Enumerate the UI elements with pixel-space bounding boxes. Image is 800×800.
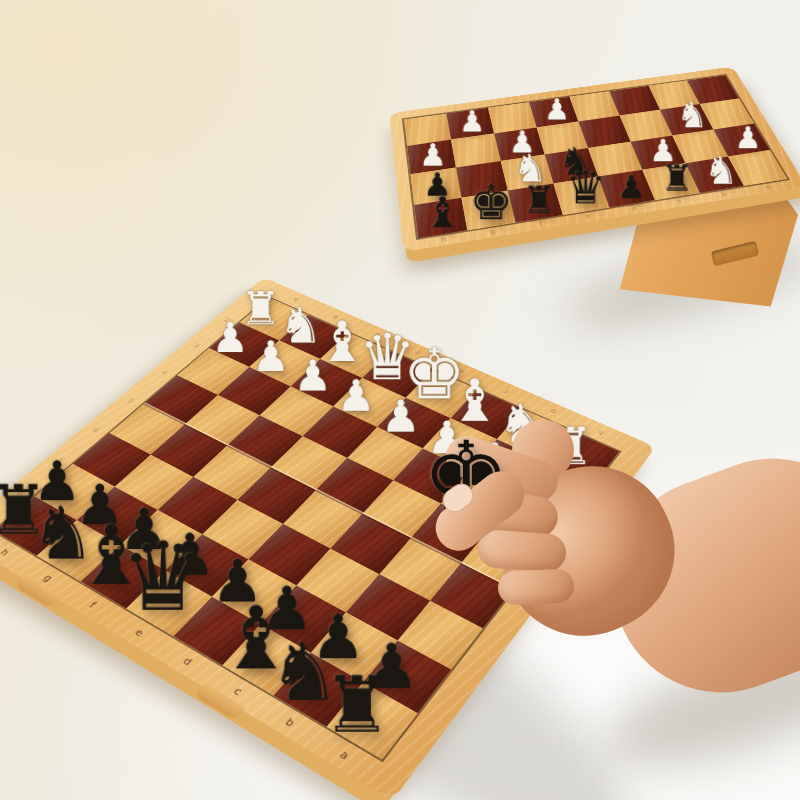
fg-square-a5 <box>430 563 513 628</box>
fg-file-label-far-c: c <box>353 324 399 347</box>
piece-wP-f2: ♟ <box>500 128 544 156</box>
bg-square-h1 <box>404 114 451 146</box>
piece-bB-h4: ♝ <box>418 194 467 233</box>
floor-shadow-arm <box>593 619 800 791</box>
piece-wP-a3: ♟ <box>726 124 770 152</box>
piece-bP-h3: ♟ <box>414 170 461 199</box>
scene-photo: ♟♟♟♟♞♟♞♞♟♟♝♚♜♛♟♜♞hgfedcba ♜♞♝♛♚♝♞♜♟♟♟♟♟♟… <box>0 0 800 800</box>
piece-wP-h2: ♟ <box>411 141 456 169</box>
fg-square-g6 <box>115 455 194 510</box>
bg-square-f2: ♟ <box>494 127 545 161</box>
bg-square-e2 <box>537 121 588 154</box>
piece-wP-g1: ♟ <box>451 108 494 135</box>
